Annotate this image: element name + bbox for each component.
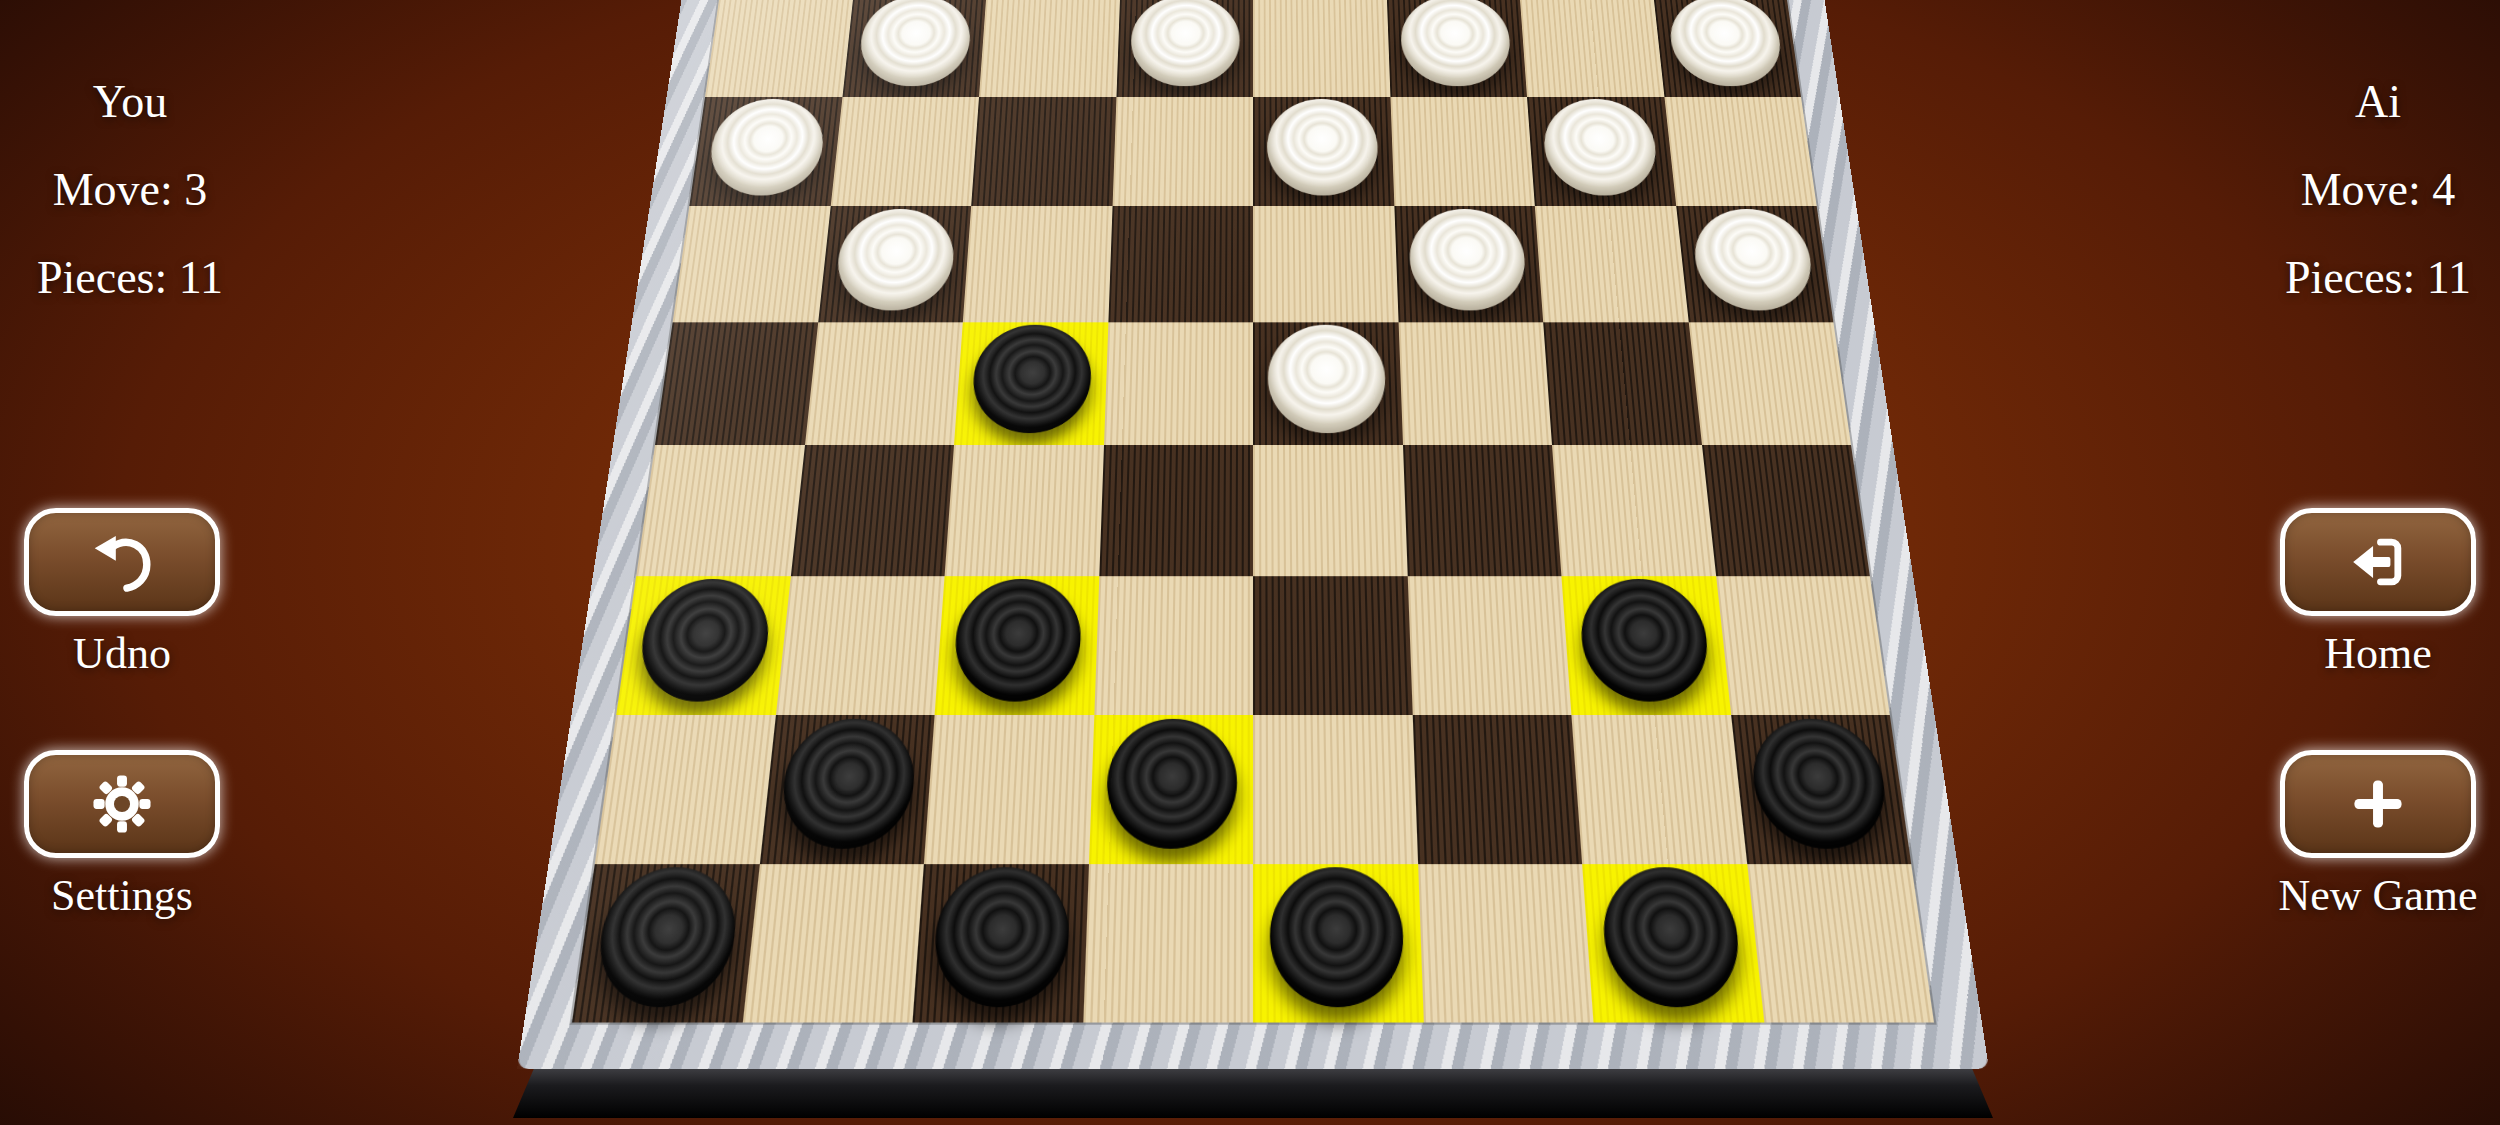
board-square[interactable] xyxy=(1253,97,1394,206)
plus-icon xyxy=(2347,773,2409,835)
board-square[interactable] xyxy=(1253,715,1418,864)
black-piece[interactable] xyxy=(634,579,775,701)
white-piece[interactable] xyxy=(1267,99,1380,195)
board-square[interactable] xyxy=(971,97,1116,206)
board-square[interactable] xyxy=(1552,445,1716,576)
home-group: Home xyxy=(2278,508,2478,679)
board-grid xyxy=(572,0,1934,1023)
home-label: Home xyxy=(2278,628,2478,679)
board-square[interactable] xyxy=(1571,715,1746,864)
board-square[interactable] xyxy=(979,0,1120,97)
black-piece[interactable] xyxy=(951,579,1083,701)
white-piece[interactable] xyxy=(1690,209,1817,311)
player-you-pieces: Pieces: 11 xyxy=(0,234,260,322)
board-square[interactable] xyxy=(572,864,759,1023)
board-square[interactable] xyxy=(1535,206,1688,322)
board-square[interactable] xyxy=(636,445,804,576)
board-square[interactable] xyxy=(1664,97,1817,206)
player-you-move: Move: 3 xyxy=(0,146,260,234)
white-piece[interactable] xyxy=(1541,99,1661,195)
board-square[interactable] xyxy=(1094,576,1253,715)
board-square[interactable] xyxy=(1527,97,1676,206)
board-square[interactable] xyxy=(1398,322,1552,445)
black-piece[interactable] xyxy=(1747,719,1893,849)
white-piece[interactable] xyxy=(1400,0,1513,86)
board-square[interactable] xyxy=(842,0,986,97)
board-square[interactable] xyxy=(805,322,963,445)
board-square[interactable] xyxy=(1386,0,1527,97)
board-square[interactable] xyxy=(1104,322,1254,445)
board-square[interactable] xyxy=(1112,97,1253,206)
undo-group: Udno xyxy=(22,508,222,679)
player-you-panel: You Move: 3 Pieces: 11 xyxy=(0,58,260,322)
board-square[interactable] xyxy=(1676,206,1834,322)
gear-icon xyxy=(91,773,153,835)
board-square[interactable] xyxy=(912,864,1088,1023)
settings-label: Settings xyxy=(22,870,222,921)
undo-button[interactable] xyxy=(24,508,220,616)
black-piece[interactable] xyxy=(1105,719,1237,849)
board-square[interactable] xyxy=(935,576,1099,715)
board-square[interactable] xyxy=(1390,97,1535,206)
player-ai-move: Move: 4 xyxy=(2248,146,2500,234)
board-square[interactable] xyxy=(616,576,790,715)
board-square[interactable] xyxy=(1561,576,1730,715)
new-game-group: New Game xyxy=(2278,750,2478,921)
board-square[interactable] xyxy=(1253,206,1398,322)
board-square[interactable] xyxy=(1403,445,1562,576)
home-button[interactable] xyxy=(2280,508,2476,616)
undo-arrow-icon xyxy=(91,531,153,593)
white-piece[interactable] xyxy=(1268,325,1388,433)
white-piece[interactable] xyxy=(1408,209,1528,311)
board-square[interactable] xyxy=(1716,576,1890,715)
board-square[interactable] xyxy=(945,445,1104,576)
board-square[interactable] xyxy=(1582,864,1764,1023)
black-piece[interactable] xyxy=(931,867,1072,1006)
board-square[interactable] xyxy=(1747,864,1934,1023)
board-square[interactable] xyxy=(1088,715,1253,864)
board-front-edge xyxy=(513,1062,1993,1118)
board-square[interactable] xyxy=(1108,206,1253,322)
board-square[interactable] xyxy=(1520,0,1664,97)
undo-label: Udno xyxy=(22,628,222,679)
black-piece[interactable] xyxy=(591,867,742,1006)
board-square[interactable] xyxy=(1418,864,1594,1023)
board-square[interactable] xyxy=(1731,715,1912,864)
new-game-label: New Game xyxy=(2278,870,2478,921)
board-square[interactable] xyxy=(954,322,1108,445)
white-piece[interactable] xyxy=(857,0,973,86)
new-game-button[interactable] xyxy=(2280,750,2476,858)
board-square[interactable] xyxy=(1099,445,1253,576)
board-square[interactable] xyxy=(1253,576,1412,715)
white-piece[interactable] xyxy=(833,209,956,311)
board-square[interactable] xyxy=(742,864,924,1023)
board-square[interactable] xyxy=(830,97,979,206)
board-square[interactable] xyxy=(1412,715,1582,864)
player-ai-panel: Ai Move: 4 Pieces: 11 xyxy=(2248,58,2500,322)
board-square[interactable] xyxy=(1653,0,1801,97)
board-square[interactable] xyxy=(673,206,831,322)
player-ai-pieces: Pieces: 11 xyxy=(2248,234,2500,322)
white-piece[interactable] xyxy=(1130,0,1240,86)
board-square[interactable] xyxy=(595,715,776,864)
settings-button[interactable] xyxy=(24,750,220,858)
board-square[interactable] xyxy=(705,0,853,97)
board-square[interactable] xyxy=(1253,864,1423,1023)
player-you-name: You xyxy=(0,58,260,146)
black-piece[interactable] xyxy=(1577,579,1713,701)
settings-group: Settings xyxy=(22,750,222,921)
black-piece[interactable] xyxy=(1269,867,1405,1006)
exit-door-icon xyxy=(2347,531,2409,593)
board-square[interactable] xyxy=(963,206,1112,322)
board-square[interactable] xyxy=(1083,864,1253,1023)
black-piece[interactable] xyxy=(1599,867,1745,1006)
board-square[interactable] xyxy=(1407,576,1571,715)
board-square[interactable] xyxy=(655,322,818,445)
white-piece[interactable] xyxy=(705,99,828,195)
board-square[interactable] xyxy=(1253,322,1403,445)
board-square[interactable] xyxy=(1253,0,1390,97)
black-piece[interactable] xyxy=(970,325,1094,433)
player-ai-name: Ai xyxy=(2248,58,2500,146)
board-square[interactable] xyxy=(924,715,1094,864)
board-square[interactable] xyxy=(689,97,842,206)
board-square[interactable] xyxy=(1543,322,1701,445)
board-square[interactable] xyxy=(790,445,954,576)
board-square[interactable] xyxy=(1394,206,1543,322)
checkers-board xyxy=(517,0,1989,1069)
board-square[interactable] xyxy=(759,715,934,864)
white-piece[interactable] xyxy=(1666,0,1785,86)
board-square[interactable] xyxy=(1253,445,1407,576)
black-piece[interactable] xyxy=(777,719,918,849)
board-square[interactable] xyxy=(818,206,971,322)
board-square[interactable] xyxy=(775,576,944,715)
board-square[interactable] xyxy=(1116,0,1253,97)
board-square[interactable] xyxy=(1688,322,1851,445)
board-square[interactable] xyxy=(1702,445,1870,576)
